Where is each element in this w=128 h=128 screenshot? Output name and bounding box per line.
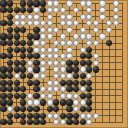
black-stone	[40, 7, 46, 13]
black-stone	[27, 0, 33, 6]
black-stone	[7, 33, 13, 39]
white-stone	[66, 20, 72, 26]
black-stone	[7, 80, 13, 86]
white-stone	[73, 20, 79, 26]
white-stone	[60, 53, 66, 59]
black-stone	[27, 106, 33, 112]
white-stone	[47, 60, 53, 66]
white-stone	[53, 73, 59, 79]
white-stone	[33, 73, 39, 79]
black-stone	[80, 93, 86, 99]
white-stone	[66, 53, 72, 59]
black-stone	[14, 47, 20, 53]
grid-line-horizontal	[3, 115, 123, 116]
white-stone	[53, 27, 59, 33]
black-stone	[53, 99, 59, 105]
black-stone	[27, 7, 33, 13]
grid-line-horizontal	[3, 49, 123, 50]
white-stone	[33, 99, 39, 105]
white-stone	[60, 86, 66, 92]
black-stone	[20, 119, 26, 125]
white-stone	[93, 53, 99, 59]
black-stone	[20, 73, 26, 79]
grid-line-vertical	[76, 3, 77, 123]
white-stone	[53, 0, 59, 6]
white-stone	[47, 99, 53, 105]
black-stone	[7, 14, 13, 20]
black-stone	[66, 99, 72, 105]
black-stone	[80, 60, 86, 66]
white-stone	[113, 14, 119, 20]
grid-line-vertical	[56, 3, 57, 123]
white-stone	[53, 86, 59, 92]
black-stone	[0, 33, 6, 39]
black-stone	[7, 86, 13, 92]
white-stone	[80, 0, 86, 6]
white-stone	[47, 7, 53, 13]
black-stone	[93, 66, 99, 72]
white-stone	[33, 47, 39, 53]
grid-line-horizontal	[3, 89, 123, 90]
black-stone	[86, 80, 92, 86]
grid-line-vertical	[62, 3, 63, 123]
black-stone	[7, 20, 13, 26]
white-stone	[113, 20, 119, 26]
black-stone	[66, 80, 72, 86]
black-stone	[60, 99, 66, 105]
grid-line-vertical	[82, 3, 83, 123]
grid-line-vertical	[43, 3, 44, 123]
white-stone	[99, 14, 105, 20]
black-stone	[86, 93, 92, 99]
black-stone	[0, 66, 6, 72]
black-stone	[73, 86, 79, 92]
black-stone	[14, 33, 20, 39]
black-stone	[27, 73, 33, 79]
black-stone	[14, 93, 20, 99]
black-stone	[73, 119, 79, 125]
black-stone	[14, 106, 20, 112]
white-stone	[73, 7, 79, 13]
white-stone	[66, 73, 72, 79]
grid-line-vertical	[3, 3, 4, 123]
black-stone	[60, 80, 66, 86]
black-stone	[7, 119, 13, 125]
white-stone	[47, 14, 53, 20]
black-stone	[7, 73, 13, 79]
black-stone	[66, 113, 72, 119]
white-stone	[20, 14, 26, 20]
black-stone	[33, 106, 39, 112]
white-stone	[66, 47, 72, 53]
white-stone	[7, 106, 13, 112]
white-stone	[66, 0, 72, 6]
black-stone	[0, 53, 6, 59]
white-stone	[53, 66, 59, 72]
white-stone	[66, 40, 72, 46]
grid-line-horizontal	[3, 95, 123, 96]
black-stone	[86, 66, 92, 72]
white-stone	[60, 7, 66, 13]
white-stone	[40, 66, 46, 72]
white-stone	[73, 40, 79, 46]
white-stone	[99, 0, 105, 6]
white-stone	[33, 7, 39, 13]
white-stone	[99, 33, 105, 39]
white-stone	[93, 20, 99, 26]
black-stone	[14, 66, 20, 72]
black-stone	[86, 53, 92, 59]
go-game-screenshot	[0, 0, 128, 128]
black-stone	[27, 47, 33, 53]
go-board[interactable]	[0, 0, 128, 128]
white-stone	[27, 99, 33, 105]
black-stone	[14, 113, 20, 119]
white-stone	[47, 20, 53, 26]
black-stone	[0, 80, 6, 86]
grid-line-horizontal	[3, 43, 123, 44]
grid-line-horizontal	[3, 3, 123, 4]
white-stone	[20, 20, 26, 26]
black-stone	[7, 93, 13, 99]
black-stone	[66, 60, 72, 66]
black-stone	[80, 119, 86, 125]
white-stone	[47, 86, 53, 92]
black-stone	[7, 60, 13, 66]
black-stone	[40, 0, 46, 6]
grid-line-vertical	[29, 3, 30, 123]
black-stone	[14, 60, 20, 66]
black-stone	[33, 33, 39, 39]
white-stone	[27, 66, 33, 72]
black-stone	[0, 119, 6, 125]
white-stone	[80, 86, 86, 92]
white-stone	[80, 99, 86, 105]
black-stone	[86, 99, 92, 105]
white-stone	[53, 80, 59, 86]
white-stone	[66, 93, 72, 99]
black-stone	[27, 119, 33, 125]
white-stone	[86, 14, 92, 20]
black-stone	[86, 60, 92, 66]
white-stone	[40, 20, 46, 26]
black-stone	[33, 113, 39, 119]
black-stone	[33, 119, 39, 125]
black-stone	[20, 113, 26, 119]
white-stone	[86, 33, 92, 39]
white-stone	[86, 73, 92, 79]
white-stone	[14, 20, 20, 26]
white-stone	[60, 66, 66, 72]
white-stone	[47, 80, 53, 86]
black-stone	[7, 47, 13, 53]
grid-line-horizontal	[3, 36, 123, 37]
grid-line-horizontal	[3, 69, 123, 70]
black-stone	[0, 93, 6, 99]
black-stone	[80, 73, 86, 79]
black-stone	[7, 66, 13, 72]
black-stone	[33, 27, 39, 33]
white-stone	[53, 113, 59, 119]
grid-line-horizontal	[3, 10, 123, 11]
white-stone	[60, 20, 66, 26]
white-stone	[66, 14, 72, 20]
white-stone	[53, 7, 59, 13]
black-stone	[0, 0, 6, 6]
white-stone	[86, 119, 92, 125]
black-stone	[27, 80, 33, 86]
black-stone	[14, 27, 20, 33]
black-stone	[7, 113, 13, 119]
black-stone	[106, 40, 112, 46]
white-stone	[40, 73, 46, 79]
white-stone	[80, 14, 86, 20]
grid-line-horizontal	[3, 109, 123, 110]
black-stone	[40, 119, 46, 125]
white-stone	[47, 33, 53, 39]
white-stone	[93, 60, 99, 66]
white-stone	[53, 60, 59, 66]
black-stone	[86, 106, 92, 112]
black-stone	[33, 93, 39, 99]
white-stone	[66, 27, 72, 33]
white-stone	[33, 14, 39, 20]
white-stone	[40, 86, 46, 92]
black-stone	[0, 7, 6, 13]
black-stone	[7, 99, 13, 105]
black-stone	[7, 0, 13, 6]
white-stone	[27, 14, 33, 20]
white-stone	[86, 20, 92, 26]
black-stone	[80, 53, 86, 59]
black-stone	[7, 27, 13, 33]
white-stone	[60, 93, 66, 99]
white-stone	[40, 93, 46, 99]
grid-line-vertical	[115, 3, 116, 123]
white-stone	[60, 60, 66, 66]
black-stone	[20, 40, 26, 46]
grid-line-horizontal	[3, 122, 123, 123]
black-stone	[20, 53, 26, 59]
white-stone	[60, 73, 66, 79]
white-stone	[80, 113, 86, 119]
black-stone	[73, 80, 79, 86]
white-stone	[14, 73, 20, 79]
grid-line-horizontal	[3, 56, 123, 57]
white-stone	[47, 47, 53, 53]
white-stone	[73, 99, 79, 105]
black-stone	[7, 7, 13, 13]
black-stone	[20, 93, 26, 99]
grid-line-horizontal	[3, 102, 123, 103]
grid-line-vertical	[95, 3, 96, 123]
white-stone	[40, 60, 46, 66]
black-stone	[80, 80, 86, 86]
black-stone	[14, 86, 20, 92]
black-stone	[73, 113, 79, 119]
black-stone	[0, 73, 6, 79]
white-stone	[73, 106, 79, 112]
black-stone	[33, 80, 39, 86]
white-stone	[27, 60, 33, 66]
grid-line-horizontal	[3, 82, 123, 83]
black-stone	[40, 113, 46, 119]
white-stone	[86, 113, 92, 119]
grid-line-vertical	[69, 3, 70, 123]
white-stone	[93, 40, 99, 46]
black-stone	[33, 0, 39, 6]
white-stone	[27, 20, 33, 26]
white-stone	[73, 93, 79, 99]
white-stone	[80, 27, 86, 33]
white-stone	[14, 14, 20, 20]
grid-line-vertical	[16, 3, 17, 123]
white-stone	[47, 113, 53, 119]
white-stone	[27, 93, 33, 99]
grid-line-vertical	[89, 3, 90, 123]
white-stone	[53, 40, 59, 46]
black-stone	[27, 53, 33, 59]
black-stone	[0, 106, 6, 112]
black-stone	[60, 113, 66, 119]
white-stone	[60, 33, 66, 39]
white-stone	[73, 33, 79, 39]
white-stone	[53, 47, 59, 53]
white-stone	[47, 93, 53, 99]
black-stone	[33, 60, 39, 66]
black-stone	[73, 60, 79, 66]
black-stone	[20, 27, 26, 33]
white-stone	[47, 0, 53, 6]
grid-line-horizontal	[3, 62, 123, 63]
black-stone	[53, 106, 59, 112]
black-stone	[33, 86, 39, 92]
black-stone	[0, 99, 6, 105]
grid-line-horizontal	[3, 16, 123, 17]
white-stone	[33, 40, 39, 46]
white-stone	[106, 20, 112, 26]
black-stone	[33, 66, 39, 72]
white-stone	[40, 53, 46, 59]
black-stone	[0, 40, 6, 46]
black-stone	[66, 106, 72, 112]
black-stone	[73, 66, 79, 72]
black-stone	[27, 40, 33, 46]
black-stone	[27, 113, 33, 119]
black-stone	[33, 53, 39, 59]
white-stone	[53, 53, 59, 59]
white-stone	[47, 27, 53, 33]
white-stone	[80, 47, 86, 53]
white-stone	[60, 40, 66, 46]
white-stone	[33, 20, 39, 26]
black-stone	[27, 33, 33, 39]
black-stone	[66, 119, 72, 125]
black-stone	[14, 7, 20, 13]
white-stone	[40, 40, 46, 46]
black-stone	[14, 80, 20, 86]
black-stone	[20, 7, 26, 13]
black-stone	[47, 106, 53, 112]
grid-line-vertical	[10, 3, 11, 123]
white-stone	[86, 0, 92, 6]
grid-line-vertical	[36, 3, 37, 123]
white-stone	[113, 0, 119, 6]
grid-line-horizontal	[3, 23, 123, 24]
black-stone	[14, 40, 20, 46]
white-stone	[99, 7, 105, 13]
black-stone	[7, 40, 13, 46]
black-stone	[20, 99, 26, 105]
black-stone	[66, 86, 72, 92]
grid-line-vertical	[122, 3, 123, 123]
black-stone	[0, 86, 6, 92]
grid-line-vertical	[109, 3, 110, 123]
white-stone	[93, 113, 99, 119]
black-stone	[86, 86, 92, 92]
grid-line-vertical	[49, 3, 50, 123]
white-stone	[60, 14, 66, 20]
grid-line-vertical	[23, 3, 24, 123]
white-stone	[86, 40, 92, 46]
black-stone	[0, 20, 6, 26]
black-stone	[20, 0, 26, 6]
grid-line-vertical	[102, 3, 103, 123]
black-stone	[20, 60, 26, 66]
black-stone	[40, 99, 46, 105]
white-stone	[40, 47, 46, 53]
white-stone	[113, 7, 119, 13]
white-stone	[86, 7, 92, 13]
black-stone	[7, 53, 13, 59]
white-stone	[47, 53, 53, 59]
grid-line-horizontal	[3, 29, 123, 30]
black-stone	[20, 47, 26, 53]
grid-line-horizontal	[3, 76, 123, 77]
white-stone	[93, 27, 99, 33]
white-stone	[53, 119, 59, 125]
white-stone	[80, 33, 86, 39]
black-stone	[20, 86, 26, 92]
white-stone	[80, 66, 86, 72]
black-stone	[86, 47, 92, 53]
white-stone	[106, 27, 112, 33]
black-stone	[20, 66, 26, 72]
white-stone	[40, 33, 46, 39]
black-stone	[66, 66, 72, 72]
black-stone	[20, 106, 26, 112]
black-stone	[73, 73, 79, 79]
black-stone	[80, 106, 86, 112]
white-stone	[40, 27, 46, 33]
white-stone	[60, 119, 66, 125]
